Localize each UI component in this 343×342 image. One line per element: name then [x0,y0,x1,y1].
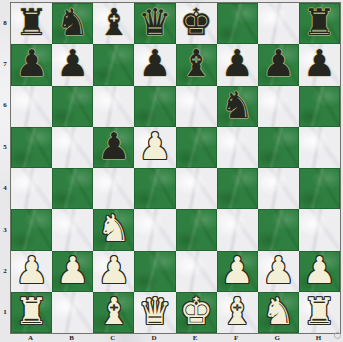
chess-board: ♜♞♝♛♚♜♟♟♟♝♟♟♟♞♟♟♞♟♟♟♟♟♟♜♝♛♚♝♞♜ [10,2,341,334]
file-label-e: E [175,333,216,342]
piece-white-rook[interactable]: ♜ [303,293,336,330]
square-f2[interactable]: ♟ [217,251,258,292]
square-a6[interactable] [11,86,52,127]
file-label-h: H [298,333,339,342]
square-h7[interactable]: ♟ [299,44,340,85]
square-b3[interactable] [52,209,93,250]
square-e6[interactable] [176,86,217,127]
rank-label-2: 2 [0,250,10,291]
file-label-a: A [10,333,51,342]
square-e5[interactable] [176,127,217,168]
chess-app: 87654321 ♜♞♝♛♚♜♟♟♟♝♟♟♟♞♟♟♞♟♟♟♟♟♟♜♝♛♚♝♞♜ … [0,0,343,342]
square-b7[interactable]: ♟ [52,44,93,85]
square-e8[interactable]: ♚ [176,3,217,44]
piece-black-pawn[interactable]: ♟ [221,45,254,82]
piece-black-pawn[interactable]: ♟ [303,45,336,82]
rank-label-3: 3 [0,209,10,250]
square-c7[interactable] [93,44,134,85]
piece-black-knight[interactable]: ♞ [56,4,89,41]
square-h2[interactable]: ♟ [299,251,340,292]
square-g3[interactable] [258,209,299,250]
square-c6[interactable] [93,86,134,127]
corner-mark-icon [334,332,341,339]
square-c2[interactable]: ♟ [93,251,134,292]
piece-black-rook[interactable]: ♜ [15,4,48,41]
square-f4[interactable] [217,168,258,209]
square-d8[interactable]: ♛ [134,3,175,44]
square-f3[interactable] [217,209,258,250]
square-d5[interactable]: ♟ [134,127,175,168]
rank-coordinates: 87654321 [0,2,10,333]
piece-black-rook[interactable]: ♜ [303,4,336,41]
square-e2[interactable] [176,251,217,292]
square-h4[interactable] [299,168,340,209]
square-g7[interactable]: ♟ [258,44,299,85]
square-d1[interactable]: ♛ [134,292,175,333]
file-label-g: G [257,333,298,342]
piece-white-bishop[interactable]: ♝ [97,293,130,330]
piece-white-bishop[interactable]: ♝ [221,293,254,330]
file-coordinates: ABCDEFGH [10,333,339,342]
square-e4[interactable] [176,168,217,209]
piece-white-knight[interactable]: ♞ [262,293,295,330]
square-f5[interactable] [217,127,258,168]
square-f1[interactable]: ♝ [217,292,258,333]
square-c3[interactable]: ♞ [93,209,134,250]
piece-white-pawn[interactable]: ♟ [221,252,254,289]
piece-white-queen[interactable]: ♛ [138,293,171,330]
square-h5[interactable] [299,127,340,168]
file-label-d: D [133,333,174,342]
square-b2[interactable]: ♟ [52,251,93,292]
square-b4[interactable] [52,168,93,209]
rank-label-5: 5 [0,126,10,167]
square-d3[interactable] [134,209,175,250]
piece-black-pawn[interactable]: ♟ [56,45,89,82]
square-c4[interactable] [93,168,134,209]
piece-white-pawn[interactable]: ♟ [15,252,48,289]
rank-label-8: 8 [0,2,10,43]
square-g2[interactable]: ♟ [258,251,299,292]
square-d7[interactable]: ♟ [134,44,175,85]
square-e1[interactable]: ♚ [176,292,217,333]
piece-black-bishop[interactable]: ♝ [179,45,212,82]
file-label-f: F [216,333,257,342]
piece-black-pawn[interactable]: ♟ [262,45,295,82]
piece-black-pawn[interactable]: ♟ [97,128,130,165]
piece-white-pawn[interactable]: ♟ [303,252,336,289]
piece-white-pawn[interactable]: ♟ [97,252,130,289]
piece-black-queen[interactable]: ♛ [138,4,171,41]
piece-black-pawn[interactable]: ♟ [138,45,171,82]
piece-white-king[interactable]: ♚ [179,293,212,330]
square-d2[interactable] [134,251,175,292]
rank-label-4: 4 [0,168,10,209]
file-label-b: B [51,333,92,342]
square-h1[interactable]: ♜ [299,292,340,333]
square-e3[interactable] [176,209,217,250]
square-c5[interactable]: ♟ [93,127,134,168]
square-g6[interactable] [258,86,299,127]
piece-white-pawn[interactable]: ♟ [262,252,295,289]
square-g4[interactable] [258,168,299,209]
rank-label-7: 7 [0,43,10,84]
square-g5[interactable] [258,127,299,168]
rank-label-6: 6 [0,85,10,126]
piece-white-knight[interactable]: ♞ [97,210,130,247]
square-a4[interactable] [11,168,52,209]
square-d4[interactable] [134,168,175,209]
square-c8[interactable]: ♝ [93,3,134,44]
square-f7[interactable]: ♟ [217,44,258,85]
square-a7[interactable]: ♟ [11,44,52,85]
square-b8[interactable]: ♞ [52,3,93,44]
square-a5[interactable] [11,127,52,168]
square-a3[interactable] [11,209,52,250]
piece-black-king[interactable]: ♚ [179,4,212,41]
square-b5[interactable] [52,127,93,168]
square-b6[interactable] [52,86,93,127]
rank-label-1: 1 [0,292,10,333]
square-a2[interactable]: ♟ [11,251,52,292]
square-b1[interactable] [52,292,93,333]
square-h6[interactable] [299,86,340,127]
square-g1[interactable]: ♞ [258,292,299,333]
square-f8[interactable] [217,3,258,44]
square-f6[interactable]: ♞ [217,86,258,127]
square-a8[interactable]: ♜ [11,3,52,44]
square-h8[interactable]: ♜ [299,3,340,44]
square-d6[interactable] [134,86,175,127]
piece-white-pawn[interactable]: ♟ [56,252,89,289]
piece-white-rook[interactable]: ♜ [15,293,48,330]
square-g8[interactable] [258,3,299,44]
square-c1[interactable]: ♝ [93,292,134,333]
square-e7[interactable]: ♝ [176,44,217,85]
piece-white-pawn[interactable]: ♟ [138,128,171,165]
piece-black-bishop[interactable]: ♝ [97,4,130,41]
piece-black-pawn[interactable]: ♟ [15,45,48,82]
square-a1[interactable]: ♜ [11,292,52,333]
square-h3[interactable] [299,209,340,250]
piece-black-knight[interactable]: ♞ [221,87,254,124]
file-label-c: C [92,333,133,342]
